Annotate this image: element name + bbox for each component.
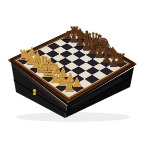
chess-board (9, 29, 136, 103)
chess-set-product-photo: ♜♞♝♛♚♝♞♜♟♟♟♟♟♟♟♟♟♟♟♟♟♟♟♟♜♞♝♛♚♝♞♜ (0, 0, 150, 150)
board-grid (17, 33, 127, 97)
board-perspective (27, 17, 117, 107)
